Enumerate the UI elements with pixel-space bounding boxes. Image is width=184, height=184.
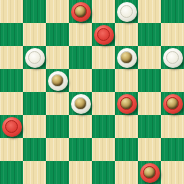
square-17[interactable] — [23, 92, 46, 115]
square-5[interactable] — [0, 23, 23, 46]
light-square — [46, 92, 69, 115]
white-man-piece[interactable] — [117, 2, 137, 22]
square-29[interactable] — [0, 161, 23, 184]
light-square — [23, 161, 46, 184]
light-square — [161, 69, 184, 92]
white-king-piece[interactable] — [48, 71, 68, 91]
light-square — [69, 23, 92, 46]
white-man-piece[interactable] — [163, 48, 183, 68]
square-25[interactable] — [23, 138, 46, 161]
square-14[interactable] — [46, 69, 69, 92]
square-9[interactable] — [23, 46, 46, 69]
light-square — [138, 92, 161, 115]
square-8[interactable] — [138, 23, 161, 46]
square-23[interactable] — [92, 115, 115, 138]
light-square — [0, 92, 23, 115]
light-square — [0, 0, 23, 23]
light-square — [92, 92, 115, 115]
light-square — [46, 46, 69, 69]
square-11[interactable] — [115, 46, 138, 69]
square-12[interactable] — [161, 46, 184, 69]
square-26[interactable] — [69, 138, 92, 161]
red-king-piece[interactable] — [117, 94, 137, 114]
light-square — [92, 46, 115, 69]
red-man-piece[interactable] — [2, 117, 22, 137]
square-16[interactable] — [138, 69, 161, 92]
red-man-piece[interactable] — [94, 25, 114, 45]
square-6[interactable] — [46, 23, 69, 46]
square-18[interactable] — [69, 92, 92, 115]
light-square — [92, 138, 115, 161]
square-2[interactable] — [69, 0, 92, 23]
light-square — [0, 138, 23, 161]
square-3[interactable] — [115, 0, 138, 23]
light-square — [23, 69, 46, 92]
square-4[interactable] — [161, 0, 184, 23]
light-square — [46, 138, 69, 161]
square-31[interactable] — [92, 161, 115, 184]
square-15[interactable] — [92, 69, 115, 92]
light-square — [138, 0, 161, 23]
white-king-piece[interactable] — [71, 94, 91, 114]
light-square — [0, 46, 23, 69]
light-square — [138, 46, 161, 69]
square-32[interactable] — [138, 161, 161, 184]
red-king-piece[interactable] — [71, 2, 91, 22]
square-7[interactable] — [92, 23, 115, 46]
square-13[interactable] — [0, 69, 23, 92]
square-27[interactable] — [115, 138, 138, 161]
square-20[interactable] — [161, 92, 184, 115]
light-square — [115, 23, 138, 46]
light-square — [161, 115, 184, 138]
light-square — [161, 161, 184, 184]
light-square — [115, 161, 138, 184]
light-square — [23, 115, 46, 138]
light-square — [69, 161, 92, 184]
light-square — [23, 23, 46, 46]
light-square — [69, 69, 92, 92]
square-30[interactable] — [46, 161, 69, 184]
white-king-piece[interactable] — [117, 48, 137, 68]
square-10[interactable] — [69, 46, 92, 69]
square-28[interactable] — [161, 138, 184, 161]
light-square — [69, 115, 92, 138]
square-24[interactable] — [138, 115, 161, 138]
light-square — [138, 138, 161, 161]
square-21[interactable] — [0, 115, 23, 138]
light-square — [46, 0, 69, 23]
light-square — [161, 23, 184, 46]
red-king-piece[interactable] — [163, 94, 183, 114]
light-square — [115, 115, 138, 138]
checkers-board — [0, 0, 184, 184]
white-man-piece[interactable] — [25, 48, 45, 68]
light-square — [115, 69, 138, 92]
square-1[interactable] — [23, 0, 46, 23]
light-square — [92, 0, 115, 23]
red-king-piece[interactable] — [140, 163, 160, 183]
square-19[interactable] — [115, 92, 138, 115]
square-22[interactable] — [46, 115, 69, 138]
